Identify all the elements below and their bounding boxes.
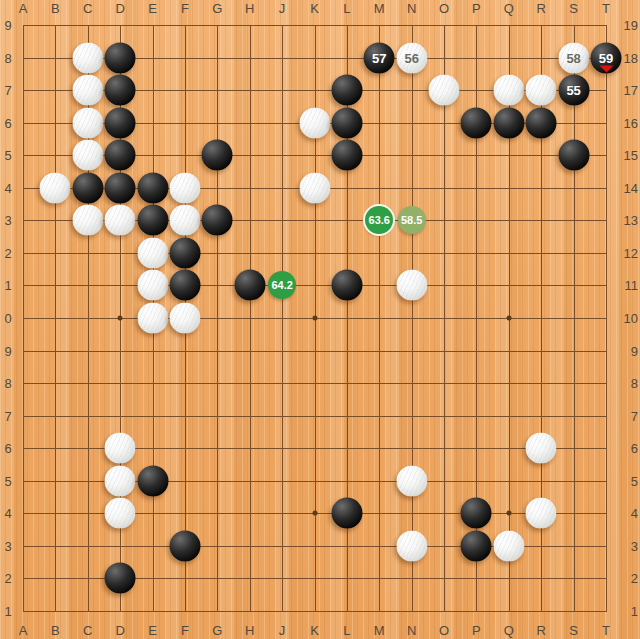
- star-point: [118, 316, 123, 321]
- stone-white-F14[interactable]: [169, 172, 200, 203]
- row-label: 5: [4, 149, 11, 162]
- stone-black-M18[interactable]: 57: [364, 42, 395, 73]
- grid-line: [574, 25, 575, 612]
- row-label: 4: [4, 507, 11, 520]
- stone-white-D4[interactable]: [105, 498, 136, 529]
- row-label: 6: [631, 442, 638, 455]
- row-label: 2: [4, 246, 11, 259]
- stone-white-Q17[interactable]: [493, 75, 524, 106]
- stone-black-D2[interactable]: [105, 563, 136, 594]
- column-label: R: [537, 624, 546, 637]
- grid-line: [23, 416, 607, 417]
- row-label: 17: [624, 84, 638, 97]
- column-label: L: [343, 624, 350, 637]
- column-label: H: [245, 2, 254, 15]
- stone-black-D14[interactable]: [105, 172, 136, 203]
- row-label: 6: [4, 116, 11, 129]
- stone-black-F3[interactable]: [169, 530, 200, 561]
- column-label: F: [181, 624, 189, 637]
- column-label: P: [472, 624, 481, 637]
- column-label: L: [343, 2, 350, 15]
- column-label: A: [19, 2, 28, 15]
- stone-black-G13[interactable]: [202, 205, 233, 236]
- stone-white-D5[interactable]: [105, 465, 136, 496]
- stone-white-R4[interactable]: [526, 498, 557, 529]
- column-label: J: [279, 624, 286, 637]
- stone-black-H11[interactable]: [234, 270, 265, 301]
- current-move-marker-icon: [599, 65, 613, 72]
- stone-black-L4[interactable]: [331, 498, 362, 529]
- column-label: D: [115, 2, 124, 15]
- stone-white-N5[interactable]: [396, 465, 427, 496]
- star-point: [312, 316, 317, 321]
- column-label: K: [310, 624, 319, 637]
- row-label: 4: [4, 181, 11, 194]
- stone-black-R16[interactable]: [526, 107, 557, 138]
- row-label: 19: [624, 19, 638, 32]
- star-point: [506, 511, 511, 516]
- row-label: 2: [4, 572, 11, 585]
- row-label: 18: [624, 51, 638, 64]
- stone-white-D13[interactable]: [105, 205, 136, 236]
- column-label: E: [148, 2, 157, 15]
- column-label: S: [569, 624, 578, 637]
- winrate-badge-N13[interactable]: 58.5: [398, 206, 426, 234]
- stone-black-G15[interactable]: [202, 140, 233, 171]
- row-label: 6: [4, 442, 11, 455]
- move-number: 59: [599, 50, 613, 65]
- row-label: 7: [4, 84, 11, 97]
- column-label: Q: [504, 624, 514, 637]
- row-label: 7: [4, 409, 11, 422]
- stone-black-D17[interactable]: [105, 75, 136, 106]
- row-label: 3: [631, 539, 638, 552]
- column-label: N: [407, 2, 416, 15]
- stone-white-D6[interactable]: [105, 433, 136, 464]
- column-label: C: [83, 2, 92, 15]
- row-label: 1: [4, 279, 11, 292]
- stone-black-P3[interactable]: [461, 530, 492, 561]
- stone-white-C13[interactable]: [72, 205, 103, 236]
- stone-white-E12[interactable]: [137, 237, 168, 268]
- column-label: B: [51, 624, 60, 637]
- row-label: 1: [4, 605, 11, 618]
- row-label: 15: [624, 149, 638, 162]
- row-label: 9: [4, 344, 11, 357]
- row-label: 7: [631, 409, 638, 422]
- column-label: O: [439, 2, 449, 15]
- stone-black-Q16[interactable]: [493, 107, 524, 138]
- stone-black-S17[interactable]: 55: [558, 75, 589, 106]
- stone-white-C17[interactable]: [72, 75, 103, 106]
- row-label: 9: [4, 19, 11, 32]
- move-number: 55: [566, 83, 580, 98]
- move-number: 57: [372, 50, 386, 65]
- row-label: 3: [4, 539, 11, 552]
- column-label: G: [212, 624, 222, 637]
- column-label: R: [537, 2, 546, 15]
- grid-line: [379, 25, 380, 612]
- column-label: M: [374, 624, 385, 637]
- stone-white-R17[interactable]: [526, 75, 557, 106]
- stone-white-C16[interactable]: [72, 107, 103, 138]
- stone-black-L15[interactable]: [331, 140, 362, 171]
- column-label: A: [19, 624, 28, 637]
- stone-white-S18[interactable]: 58: [558, 42, 589, 73]
- stone-white-B14[interactable]: [40, 172, 71, 203]
- stone-white-O17[interactable]: [429, 75, 460, 106]
- column-label: Q: [504, 2, 514, 15]
- grid-line: [23, 611, 607, 612]
- stone-black-D15[interactable]: [105, 140, 136, 171]
- stone-black-E13[interactable]: [137, 205, 168, 236]
- row-label: 14: [624, 181, 638, 194]
- row-label: 8: [631, 377, 638, 390]
- row-label: 12: [624, 246, 638, 259]
- row-label: 8: [4, 377, 11, 390]
- column-label: B: [51, 2, 60, 15]
- column-label: D: [115, 624, 124, 637]
- row-label: 16: [624, 116, 638, 129]
- row-label: 13: [624, 214, 638, 227]
- row-label: 11: [625, 279, 639, 292]
- grid-line: [412, 25, 413, 612]
- move-number: 56: [404, 50, 418, 65]
- winrate-badge-J11[interactable]: 64.2: [268, 271, 296, 299]
- star-point: [506, 316, 511, 321]
- stone-white-F13[interactable]: [169, 205, 200, 236]
- move-number: 58: [566, 50, 580, 65]
- row-label: 5: [4, 474, 11, 487]
- column-label: E: [148, 624, 157, 637]
- stone-black-L11[interactable]: [331, 270, 362, 301]
- stone-white-N11[interactable]: [396, 270, 427, 301]
- column-label: N: [407, 624, 416, 637]
- row-label: 2: [631, 572, 638, 585]
- row-label: 10: [624, 312, 638, 325]
- column-label: K: [310, 2, 319, 15]
- column-label: S: [569, 2, 578, 15]
- column-label: P: [472, 2, 481, 15]
- stone-white-K16[interactable]: [299, 107, 330, 138]
- row-label: 5: [631, 474, 638, 487]
- stone-white-N3[interactable]: [396, 530, 427, 561]
- stone-white-E11[interactable]: [137, 270, 168, 301]
- row-label: 1: [631, 605, 638, 618]
- stone-black-F12[interactable]: [169, 237, 200, 268]
- stone-black-L17[interactable]: [331, 75, 362, 106]
- stone-white-F10[interactable]: [169, 303, 200, 334]
- stone-white-K14[interactable]: [299, 172, 330, 203]
- grid-line: [444, 25, 445, 612]
- winrate-badge-M13[interactable]: 63.6: [365, 206, 393, 234]
- column-label: O: [439, 624, 449, 637]
- stone-black-P4[interactable]: [461, 498, 492, 529]
- column-label: M: [374, 2, 385, 15]
- stone-white-C15[interactable]: [72, 140, 103, 171]
- stone-black-S15[interactable]: [558, 140, 589, 171]
- stone-black-E14[interactable]: [137, 172, 168, 203]
- column-label: G: [212, 2, 222, 15]
- stone-black-P16[interactable]: [461, 107, 492, 138]
- stone-black-D16[interactable]: [105, 107, 136, 138]
- stone-black-D18[interactable]: [105, 42, 136, 73]
- star-point: [312, 511, 317, 516]
- column-label: H: [245, 624, 254, 637]
- row-label: 0: [4, 312, 11, 325]
- grid-line: [23, 351, 607, 352]
- stone-black-E5[interactable]: [137, 465, 168, 496]
- stone-white-E10[interactable]: [137, 303, 168, 334]
- column-label: C: [83, 624, 92, 637]
- stone-white-C18[interactable]: [72, 42, 103, 73]
- column-label: F: [181, 2, 189, 15]
- grid-line: [606, 25, 607, 612]
- stone-black-L16[interactable]: [331, 107, 362, 138]
- row-label: 8: [4, 51, 11, 64]
- grid-line: [23, 383, 607, 384]
- row-label: 3: [4, 214, 11, 227]
- row-label: 9: [631, 344, 638, 357]
- column-label: T: [602, 2, 610, 15]
- stone-black-T18[interactable]: 59: [591, 42, 622, 73]
- goban[interactable]: AABBCCDDEEFFGGHHJJKKLLMMNNOOPPQQRRSSTT98…: [0, 0, 640, 639]
- stone-black-C14[interactable]: [72, 172, 103, 203]
- column-label: J: [279, 2, 286, 15]
- stone-white-Q3[interactable]: [493, 530, 524, 561]
- stone-white-R6[interactable]: [526, 433, 557, 464]
- stone-white-N18[interactable]: 56: [396, 42, 427, 73]
- column-label: T: [602, 624, 610, 637]
- stone-black-F11[interactable]: [169, 270, 200, 301]
- row-label: 4: [631, 507, 638, 520]
